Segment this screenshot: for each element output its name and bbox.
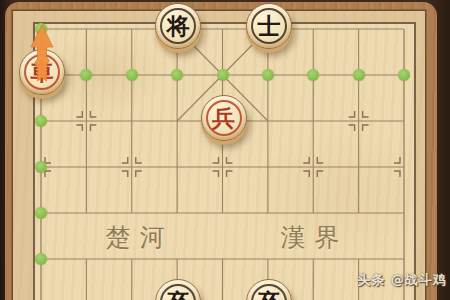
move-hint-dot-e9[interactable] — [217, 69, 229, 81]
piece-red-chariot-a9[interactable]: 車 — [19, 49, 65, 95]
move-hint-dot-a7[interactable] — [35, 161, 47, 173]
move-hint-dot-h9[interactable] — [353, 69, 365, 81]
piece-character: 卒 — [167, 290, 190, 300]
move-hint-dot-a5[interactable] — [35, 253, 47, 265]
piece-character: 兵 — [212, 106, 235, 129]
piece-character: 車 — [31, 60, 54, 83]
move-hint-dot-a6[interactable] — [35, 207, 47, 219]
piece-character: 卒 — [257, 290, 280, 300]
piece-red-soldier-e8[interactable]: 兵 — [201, 95, 247, 141]
piece-character: 将 — [167, 14, 190, 37]
move-hint-dot-c9[interactable] — [126, 69, 138, 81]
river-label-left: 楚河 — [95, 221, 175, 254]
move-hint-dot-a8[interactable] — [35, 115, 47, 127]
xiangqi-board-screen: 楚河 漢界 将士車兵卒卒 头条 @战斗鸡 — [0, 0, 450, 300]
move-hint-dot-f9[interactable] — [262, 69, 274, 81]
piece-black-general-d10[interactable]: 将 — [155, 3, 201, 49]
move-hint-dot-a10[interactable] — [35, 23, 47, 35]
river-label-right: 漢界 — [270, 221, 350, 254]
board-field[interactable] — [33, 22, 416, 300]
watermark-text: 头条 @战斗鸡 — [357, 271, 447, 289]
piece-character: 士 — [257, 14, 280, 37]
move-hint-dot-i9[interactable] — [398, 69, 410, 81]
piece-black-advisor-f10[interactable]: 士 — [246, 3, 292, 49]
